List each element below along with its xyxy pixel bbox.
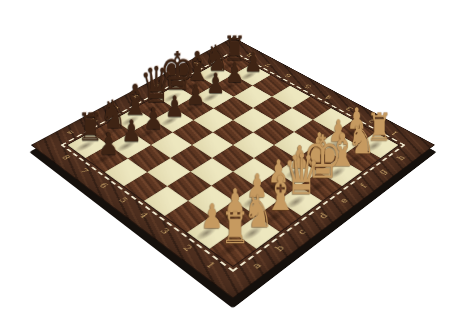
chess-set-photo: abcdefgh abcdefgh 12345678 12345678 ♜♞♟♝… (0, 0, 452, 311)
chess-board: abcdefgh abcdefgh 12345678 12345678 ♜♞♟♝… (31, 37, 435, 298)
piece-glyph: ♟ (98, 129, 119, 160)
piece-glyph: ♟ (121, 116, 141, 146)
piece-glyph: ♜ (221, 207, 250, 251)
perspective-scene: abcdefgh abcdefgh 12345678 12345678 ♜♞♟♝… (0, 0, 452, 311)
